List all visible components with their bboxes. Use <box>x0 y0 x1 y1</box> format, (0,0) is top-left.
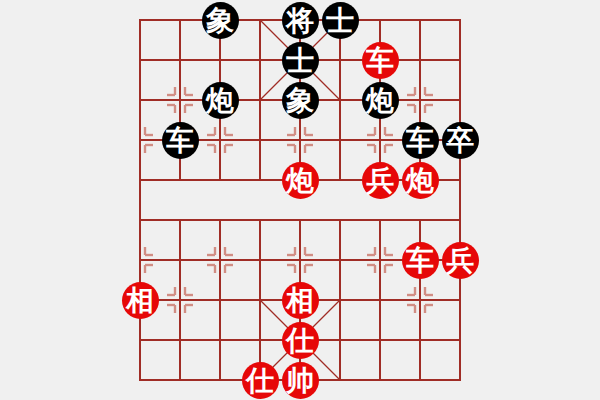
piece-black-cannon[interactable]: 炮 <box>202 82 239 119</box>
piece-red-general[interactable]: 帅 <box>282 362 319 399</box>
piece-black-general[interactable]: 将 <box>282 2 319 39</box>
piece-red-elephant[interactable]: 相 <box>122 282 159 319</box>
piece-red-advisor[interactable]: 仕 <box>242 362 279 399</box>
piece-black-cannon[interactable]: 炮 <box>362 82 399 119</box>
piece-red-advisor[interactable]: 仕 <box>282 322 319 359</box>
piece-black-elephant[interactable]: 象 <box>282 82 319 119</box>
piece-red-cannon[interactable]: 炮 <box>402 162 439 199</box>
piece-black-advisor[interactable]: 士 <box>282 42 319 79</box>
piece-black-pawn[interactable]: 卒 <box>442 122 479 159</box>
piece-black-chariot[interactable]: 车 <box>402 122 439 159</box>
piece-red-chariot[interactable]: 车 <box>402 242 439 279</box>
piece-red-pawn[interactable]: 兵 <box>362 162 399 199</box>
xiangqi-board: 象将士士车炮象炮车车卒炮兵炮车兵相相仕仕帅 <box>0 0 600 400</box>
piece-red-pawn[interactable]: 兵 <box>442 242 479 279</box>
piece-red-cannon[interactable]: 炮 <box>282 162 319 199</box>
piece-red-elephant[interactable]: 相 <box>282 282 319 319</box>
piece-black-advisor[interactable]: 士 <box>322 2 359 39</box>
piece-red-chariot[interactable]: 车 <box>362 42 399 79</box>
piece-black-elephant[interactable]: 象 <box>202 2 239 39</box>
piece-black-chariot[interactable]: 车 <box>162 122 199 159</box>
